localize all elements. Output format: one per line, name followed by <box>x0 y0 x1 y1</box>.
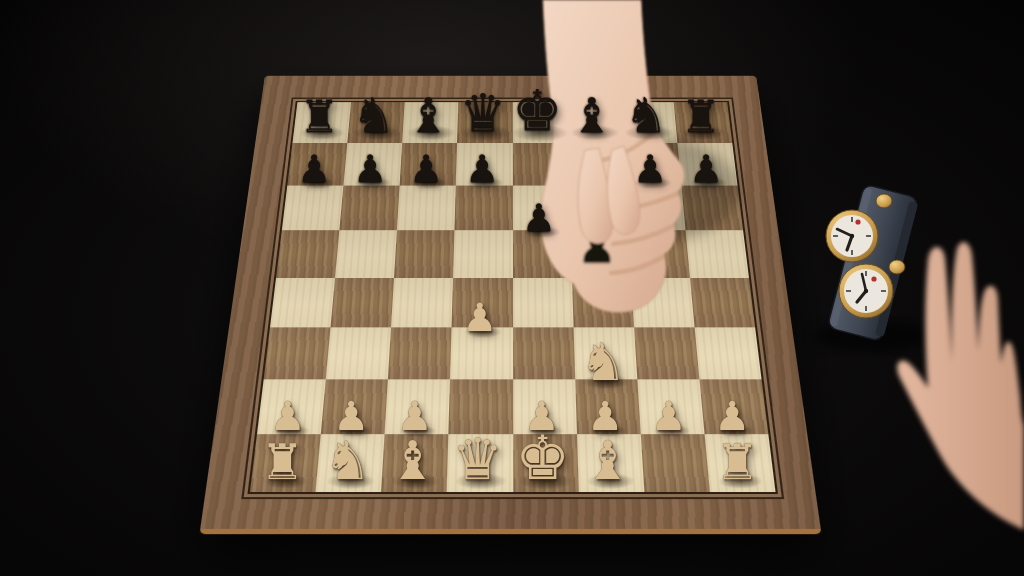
clock-dial-upper <box>826 210 878 262</box>
clock-button-1 <box>876 194 892 208</box>
clock-flag-upper <box>855 219 860 224</box>
chess-clock <box>814 184 930 352</box>
clock-body <box>827 184 918 341</box>
video-frame: ♜♞♝♛♚♝♞♜♟♟♟♟♟♟♟♟♞♟♟♟♟♟♟♟♜♞♝♛♚♝♜ <box>0 0 1024 576</box>
clock-flag-lower <box>871 276 876 281</box>
opponent-hand <box>897 242 1024 530</box>
overlay-graphics: ♟ <box>0 0 1024 576</box>
clock-dial-lower <box>839 264 893 318</box>
moving-hand: ♟ <box>541 0 685 312</box>
clock-button-2 <box>889 260 905 274</box>
